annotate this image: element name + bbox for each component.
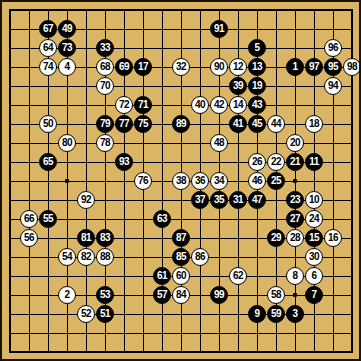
stone-black-13: 13 bbox=[248, 58, 266, 76]
stone-white-78: 78 bbox=[96, 134, 114, 152]
stone-black-79: 79 bbox=[96, 115, 114, 133]
stone-black-81: 81 bbox=[77, 229, 95, 247]
stone-white-86: 86 bbox=[191, 248, 209, 266]
stone-white-18: 18 bbox=[305, 115, 323, 133]
stone-white-16: 16 bbox=[324, 229, 342, 247]
stones-layer: 1234567891011121314151617181920212223242… bbox=[1, 1, 361, 361]
stone-black-27: 27 bbox=[286, 210, 304, 228]
stone-black-67: 67 bbox=[39, 20, 57, 38]
stone-black-9: 9 bbox=[248, 305, 266, 323]
stone-white-92: 92 bbox=[77, 191, 95, 209]
stone-white-8: 8 bbox=[286, 267, 304, 285]
stone-white-72: 72 bbox=[115, 96, 133, 114]
stone-black-5: 5 bbox=[248, 39, 266, 57]
stone-white-20: 20 bbox=[286, 134, 304, 152]
stone-white-52: 52 bbox=[77, 305, 95, 323]
stone-white-38: 38 bbox=[172, 172, 190, 190]
stone-black-77: 77 bbox=[115, 115, 133, 133]
stone-white-62: 62 bbox=[229, 267, 247, 285]
stone-black-89: 89 bbox=[172, 115, 190, 133]
stone-white-10: 10 bbox=[305, 191, 323, 209]
stone-white-82: 82 bbox=[77, 248, 95, 266]
stone-white-94: 94 bbox=[324, 77, 342, 95]
stone-white-58: 58 bbox=[267, 286, 285, 304]
stone-black-75: 75 bbox=[134, 115, 152, 133]
stone-white-12: 12 bbox=[229, 58, 247, 76]
stone-white-14: 14 bbox=[229, 96, 247, 114]
stone-white-48: 48 bbox=[210, 134, 228, 152]
stone-black-21: 21 bbox=[286, 153, 304, 171]
stone-black-1: 1 bbox=[286, 58, 304, 76]
stone-black-73: 73 bbox=[58, 39, 76, 57]
stone-black-93: 93 bbox=[115, 153, 133, 171]
stone-white-88: 88 bbox=[96, 248, 114, 266]
stone-white-6: 6 bbox=[305, 267, 323, 285]
stone-white-4: 4 bbox=[58, 58, 76, 76]
stone-white-74: 74 bbox=[39, 58, 57, 76]
stone-white-76: 76 bbox=[134, 172, 152, 190]
stone-white-68: 68 bbox=[96, 58, 114, 76]
go-board: 1234567891011121314151617181920212223242… bbox=[0, 0, 361, 361]
stone-black-39: 39 bbox=[229, 77, 247, 95]
stone-black-31: 31 bbox=[229, 191, 247, 209]
stone-black-61: 61 bbox=[153, 267, 171, 285]
stone-white-36: 36 bbox=[191, 172, 209, 190]
stone-black-71: 71 bbox=[134, 96, 152, 114]
stone-black-11: 11 bbox=[305, 153, 323, 171]
stone-white-30: 30 bbox=[305, 248, 323, 266]
stone-white-32: 32 bbox=[172, 58, 190, 76]
stone-black-83: 83 bbox=[96, 229, 114, 247]
stone-white-40: 40 bbox=[191, 96, 209, 114]
stone-white-44: 44 bbox=[267, 115, 285, 133]
stone-white-28: 28 bbox=[286, 229, 304, 247]
stone-black-95: 95 bbox=[324, 58, 342, 76]
stone-black-63: 63 bbox=[153, 210, 171, 228]
stone-white-90: 90 bbox=[210, 58, 228, 76]
stone-black-3: 3 bbox=[286, 305, 304, 323]
stone-white-22: 22 bbox=[267, 153, 285, 171]
stone-black-35: 35 bbox=[210, 191, 228, 209]
stone-black-23: 23 bbox=[286, 191, 304, 209]
stone-white-84: 84 bbox=[172, 286, 190, 304]
stone-black-53: 53 bbox=[96, 286, 114, 304]
stone-black-99: 99 bbox=[210, 286, 228, 304]
stone-black-55: 55 bbox=[39, 210, 57, 228]
stone-black-97: 97 bbox=[305, 58, 323, 76]
stone-black-41: 41 bbox=[229, 115, 247, 133]
stone-white-64: 64 bbox=[39, 39, 57, 57]
stone-black-25: 25 bbox=[267, 172, 285, 190]
stone-white-2: 2 bbox=[58, 286, 76, 304]
stone-black-57: 57 bbox=[153, 286, 171, 304]
stone-black-51: 51 bbox=[96, 305, 114, 323]
stone-black-33: 33 bbox=[96, 39, 114, 57]
stone-black-19: 19 bbox=[248, 77, 266, 95]
stone-black-59: 59 bbox=[267, 305, 285, 323]
stone-black-15: 15 bbox=[305, 229, 323, 247]
stone-white-60: 60 bbox=[172, 267, 190, 285]
stone-black-91: 91 bbox=[210, 20, 228, 38]
stone-black-29: 29 bbox=[267, 229, 285, 247]
stone-white-34: 34 bbox=[210, 172, 228, 190]
stone-white-98: 98 bbox=[343, 58, 361, 76]
stone-black-47: 47 bbox=[248, 191, 266, 209]
stone-black-43: 43 bbox=[248, 96, 266, 114]
stone-white-26: 26 bbox=[248, 153, 266, 171]
stone-black-87: 87 bbox=[172, 229, 190, 247]
stone-white-54: 54 bbox=[58, 248, 76, 266]
stone-white-80: 80 bbox=[58, 134, 76, 152]
stone-white-96: 96 bbox=[324, 39, 342, 57]
stone-black-45: 45 bbox=[248, 115, 266, 133]
stone-white-42: 42 bbox=[210, 96, 228, 114]
stone-white-50: 50 bbox=[39, 115, 57, 133]
stone-white-66: 66 bbox=[20, 210, 38, 228]
stone-black-49: 49 bbox=[58, 20, 76, 38]
stone-white-24: 24 bbox=[305, 210, 323, 228]
stone-white-46: 46 bbox=[248, 172, 266, 190]
stone-black-69: 69 bbox=[115, 58, 133, 76]
stone-black-85: 85 bbox=[172, 248, 190, 266]
stone-black-7: 7 bbox=[305, 286, 323, 304]
stone-white-56: 56 bbox=[20, 229, 38, 247]
stone-black-65: 65 bbox=[39, 153, 57, 171]
stone-black-17: 17 bbox=[134, 58, 152, 76]
stone-black-37: 37 bbox=[191, 191, 209, 209]
stone-white-70: 70 bbox=[96, 77, 114, 95]
